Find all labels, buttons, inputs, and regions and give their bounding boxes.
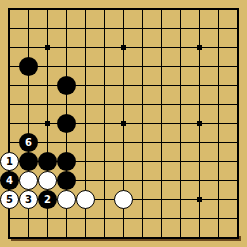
intersection[interactable]	[19, 171, 38, 190]
intersection[interactable]	[19, 19, 38, 38]
intersection[interactable]	[76, 209, 95, 228]
intersection[interactable]	[57, 0, 76, 19]
intersection[interactable]	[133, 76, 152, 95]
intersection[interactable]	[152, 76, 171, 95]
intersection[interactable]	[76, 171, 95, 190]
intersection[interactable]	[209, 152, 228, 171]
intersection[interactable]	[190, 228, 209, 247]
black-stone	[19, 152, 38, 171]
intersection[interactable]	[38, 0, 57, 19]
intersection[interactable]	[57, 190, 76, 209]
intersection[interactable]	[171, 19, 190, 38]
intersection[interactable]	[133, 38, 152, 57]
black-stone	[57, 171, 76, 190]
intersection[interactable]	[38, 95, 57, 114]
intersection[interactable]	[95, 19, 114, 38]
intersection[interactable]	[152, 209, 171, 228]
white-stone	[57, 190, 76, 209]
intersection[interactable]	[19, 95, 38, 114]
intersection[interactable]	[209, 190, 228, 209]
intersection[interactable]	[190, 171, 209, 190]
white-stone	[38, 171, 57, 190]
intersection[interactable]	[152, 171, 171, 190]
intersection[interactable]	[95, 152, 114, 171]
black-stone	[57, 152, 76, 171]
black-stone: 2	[38, 190, 57, 209]
intersection[interactable]	[171, 152, 190, 171]
white-stone: 3	[19, 190, 38, 209]
intersection[interactable]	[0, 228, 19, 247]
intersection[interactable]	[19, 209, 38, 228]
intersection[interactable]	[190, 209, 209, 228]
star-point	[197, 121, 202, 126]
intersection[interactable]	[209, 0, 228, 19]
intersection[interactable]	[38, 133, 57, 152]
intersection[interactable]	[133, 95, 152, 114]
intersection[interactable]	[228, 114, 247, 133]
intersection[interactable]: 3	[19, 190, 38, 209]
intersection[interactable]	[114, 190, 133, 209]
intersection[interactable]	[38, 57, 57, 76]
intersection[interactable]	[114, 152, 133, 171]
intersection[interactable]	[95, 228, 114, 247]
intersection[interactable]	[190, 95, 209, 114]
intersection[interactable]	[152, 133, 171, 152]
intersection[interactable]	[171, 190, 190, 209]
intersection[interactable]	[171, 171, 190, 190]
intersection[interactable]: 6	[19, 133, 38, 152]
intersection[interactable]	[133, 19, 152, 38]
intersection[interactable]	[133, 114, 152, 133]
intersection[interactable]	[114, 0, 133, 19]
intersection[interactable]	[38, 152, 57, 171]
intersection[interactable]	[57, 133, 76, 152]
intersection[interactable]	[152, 19, 171, 38]
intersection[interactable]	[57, 114, 76, 133]
intersection[interactable]	[209, 228, 228, 247]
intersection[interactable]	[0, 19, 19, 38]
intersection[interactable]	[228, 38, 247, 57]
go-diagram: 614532	[0, 0, 247, 247]
intersection[interactable]	[190, 76, 209, 95]
intersection[interactable]	[0, 76, 19, 95]
intersection[interactable]	[38, 38, 57, 57]
intersection[interactable]	[76, 228, 95, 247]
intersection[interactable]	[38, 171, 57, 190]
intersection[interactable]	[190, 190, 209, 209]
intersection[interactable]	[0, 95, 19, 114]
intersection[interactable]	[171, 0, 190, 19]
intersection[interactable]	[76, 152, 95, 171]
intersection[interactable]	[76, 76, 95, 95]
intersection[interactable]	[133, 228, 152, 247]
intersection[interactable]	[228, 190, 247, 209]
black-stone	[38, 152, 57, 171]
intersection[interactable]	[57, 152, 76, 171]
white-stone: 5	[0, 190, 19, 209]
intersection[interactable]	[57, 228, 76, 247]
intersection[interactable]	[95, 171, 114, 190]
move-number-label: 5	[6, 190, 13, 209]
intersection[interactable]	[228, 209, 247, 228]
intersection[interactable]	[228, 0, 247, 19]
intersection[interactable]	[209, 38, 228, 57]
intersection[interactable]	[114, 228, 133, 247]
intersection[interactable]	[114, 38, 133, 57]
intersection[interactable]	[209, 171, 228, 190]
move-number-label: 1	[6, 152, 13, 171]
intersection[interactable]	[114, 209, 133, 228]
intersection[interactable]	[190, 152, 209, 171]
intersection[interactable]	[209, 209, 228, 228]
intersection[interactable]	[171, 228, 190, 247]
intersection[interactable]	[133, 171, 152, 190]
intersection[interactable]	[19, 38, 38, 57]
intersection[interactable]	[190, 133, 209, 152]
intersection[interactable]	[133, 209, 152, 228]
intersection[interactable]	[76, 57, 95, 76]
intersection[interactable]	[0, 57, 19, 76]
intersection[interactable]	[171, 57, 190, 76]
intersection[interactable]	[171, 133, 190, 152]
intersection[interactable]	[38, 76, 57, 95]
intersection[interactable]	[19, 76, 38, 95]
intersection[interactable]	[76, 38, 95, 57]
intersection[interactable]	[228, 76, 247, 95]
intersection[interactable]	[19, 0, 38, 19]
intersection[interactable]	[0, 0, 19, 19]
intersection[interactable]	[19, 228, 38, 247]
intersection[interactable]	[209, 133, 228, 152]
intersection[interactable]	[190, 0, 209, 19]
intersection[interactable]	[57, 171, 76, 190]
intersection[interactable]	[95, 190, 114, 209]
intersection[interactable]	[76, 0, 95, 19]
intersection[interactable]	[19, 57, 38, 76]
intersection[interactable]	[0, 114, 19, 133]
intersection[interactable]	[133, 152, 152, 171]
intersection[interactable]	[0, 38, 19, 57]
intersection[interactable]	[95, 95, 114, 114]
intersection[interactable]	[133, 190, 152, 209]
star-point	[197, 45, 202, 50]
intersection[interactable]	[38, 114, 57, 133]
intersection[interactable]	[76, 95, 95, 114]
white-stone	[19, 171, 38, 190]
white-stone	[76, 190, 95, 209]
black-stone	[19, 57, 38, 76]
intersection[interactable]	[152, 38, 171, 57]
intersection[interactable]	[209, 19, 228, 38]
intersection[interactable]	[19, 114, 38, 133]
intersection[interactable]	[171, 114, 190, 133]
intersection[interactable]	[152, 228, 171, 247]
intersection[interactable]	[0, 209, 19, 228]
intersection[interactable]	[209, 57, 228, 76]
intersection[interactable]	[209, 76, 228, 95]
intersection[interactable]	[228, 133, 247, 152]
intersection[interactable]	[95, 38, 114, 57]
white-stone: 1	[0, 152, 19, 171]
star-point	[45, 45, 50, 50]
intersection[interactable]	[152, 152, 171, 171]
go-board: 614532	[0, 0, 247, 247]
move-number-label: 3	[25, 190, 32, 209]
intersection[interactable]	[95, 76, 114, 95]
intersection[interactable]	[228, 171, 247, 190]
intersection[interactable]	[114, 57, 133, 76]
intersection[interactable]	[228, 95, 247, 114]
intersection[interactable]	[133, 57, 152, 76]
intersection[interactable]	[57, 95, 76, 114]
intersection[interactable]	[190, 38, 209, 57]
intersection[interactable]	[57, 76, 76, 95]
intersection[interactable]	[114, 133, 133, 152]
intersection[interactable]	[57, 38, 76, 57]
black-stone: 4	[0, 171, 19, 190]
intersection[interactable]	[152, 57, 171, 76]
intersection[interactable]	[57, 209, 76, 228]
intersection[interactable]	[57, 19, 76, 38]
intersection[interactable]: 1	[0, 152, 19, 171]
intersection[interactable]	[114, 114, 133, 133]
intersection[interactable]	[152, 190, 171, 209]
intersection[interactable]: 2	[38, 190, 57, 209]
intersection[interactable]	[114, 19, 133, 38]
intersection[interactable]	[152, 0, 171, 19]
move-number-label: 6	[25, 133, 32, 152]
intersection[interactable]	[190, 57, 209, 76]
intersection[interactable]	[114, 95, 133, 114]
move-number-label: 2	[44, 190, 51, 209]
intersection[interactable]	[95, 114, 114, 133]
star-point	[45, 121, 50, 126]
intersection[interactable]	[228, 19, 247, 38]
intersection[interactable]	[133, 0, 152, 19]
intersection[interactable]	[38, 228, 57, 247]
intersection[interactable]	[38, 19, 57, 38]
intersection[interactable]	[0, 133, 19, 152]
intersection[interactable]	[76, 114, 95, 133]
intersection[interactable]	[38, 209, 57, 228]
black-stone: 6	[19, 133, 38, 152]
white-stone	[114, 190, 133, 209]
intersection[interactable]	[76, 133, 95, 152]
intersection[interactable]	[57, 57, 76, 76]
intersection[interactable]	[171, 38, 190, 57]
intersection-grid: 614532	[0, 0, 247, 247]
intersection[interactable]	[228, 228, 247, 247]
intersection[interactable]	[95, 133, 114, 152]
intersection[interactable]	[19, 152, 38, 171]
intersection[interactable]: 4	[0, 171, 19, 190]
intersection[interactable]	[171, 76, 190, 95]
intersection[interactable]	[209, 114, 228, 133]
intersection[interactable]	[171, 209, 190, 228]
intersection[interactable]	[95, 0, 114, 19]
intersection[interactable]	[133, 133, 152, 152]
move-number-label: 4	[6, 171, 13, 190]
intersection[interactable]	[190, 19, 209, 38]
intersection[interactable]	[190, 114, 209, 133]
black-stone	[57, 76, 76, 95]
intersection[interactable]	[95, 57, 114, 76]
intersection[interactable]: 5	[0, 190, 19, 209]
intersection[interactable]	[114, 171, 133, 190]
intersection[interactable]	[209, 95, 228, 114]
intersection[interactable]	[228, 152, 247, 171]
intersection[interactable]	[114, 76, 133, 95]
star-point	[121, 45, 126, 50]
black-stone	[57, 114, 76, 133]
intersection[interactable]	[152, 114, 171, 133]
intersection[interactable]	[95, 209, 114, 228]
intersection[interactable]	[76, 190, 95, 209]
intersection[interactable]	[152, 95, 171, 114]
star-point	[197, 197, 202, 202]
star-point	[121, 121, 126, 126]
intersection[interactable]	[171, 95, 190, 114]
intersection[interactable]	[228, 57, 247, 76]
intersection[interactable]	[76, 19, 95, 38]
